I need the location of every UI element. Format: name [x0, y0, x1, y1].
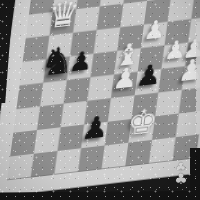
- photo-dark-edge-left: [0, 0, 13, 103]
- chess-photo: ♛♟♞♟♝♟♟♟♟♟♟♚ ♣ ♣: [0, 0, 200, 200]
- watermark-stamp: ♣ ♣: [169, 158, 193, 190]
- piece-black-pawn: ♟: [68, 47, 94, 75]
- piece-white-king: ♚: [125, 104, 159, 141]
- piece-black-pawn: ♟: [80, 112, 110, 145]
- photo-edge-highlight-right: [196, 22, 200, 134]
- stamp-ornament-icon: ♣: [174, 173, 187, 185]
- photo-dark-edge-bottom: [0, 191, 200, 200]
- piece-white-pawn: ♟: [142, 16, 167, 43]
- chess-board: ♛♟♞♟♝♟♟♟♟♟♟♚: [7, 0, 200, 180]
- piece-white-queen: ♛: [46, 0, 82, 34]
- piece-black-pawn: ♟: [135, 61, 163, 91]
